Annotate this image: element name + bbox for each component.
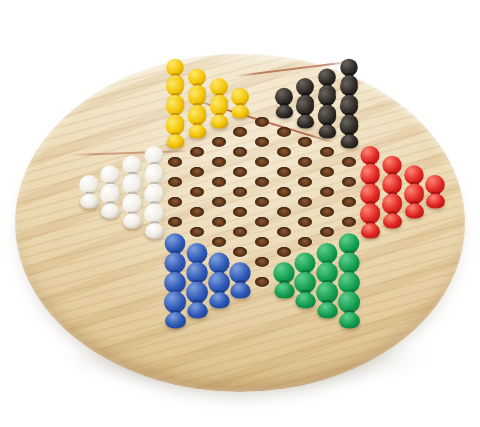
peg-white[interactable] — [101, 185, 121, 219]
board-hole[interactable] — [190, 227, 204, 237]
yellow-peg-base — [232, 105, 249, 119]
board-hole[interactable] — [298, 197, 312, 207]
green-peg-base — [338, 312, 359, 328]
green-peg-base — [317, 302, 338, 318]
black-peg-base — [318, 125, 335, 139]
yellow-peg-base — [188, 125, 205, 139]
board-hole[interactable] — [342, 197, 356, 207]
board-hole[interactable] — [255, 137, 269, 147]
board-hole[interactable] — [255, 197, 269, 207]
board-hole[interactable] — [255, 237, 269, 247]
board-hole[interactable] — [277, 227, 291, 237]
board — [15, 54, 465, 392]
board-hole[interactable] — [298, 217, 312, 227]
peg-yellow[interactable] — [166, 117, 185, 149]
peg-red[interactable] — [404, 185, 424, 219]
red-peg-base — [426, 194, 445, 209]
board-hole[interactable] — [298, 157, 312, 167]
board-hole[interactable] — [342, 157, 356, 167]
white-peg-base — [123, 213, 142, 228]
board-hole[interactable] — [212, 237, 226, 247]
board-hole[interactable] — [255, 117, 269, 127]
peg-green[interactable] — [295, 272, 316, 308]
peg-white[interactable] — [122, 194, 142, 228]
white-peg-base — [144, 223, 163, 238]
board-hole[interactable] — [320, 187, 334, 197]
peg-green[interactable] — [273, 262, 294, 298]
board-hole[interactable] — [233, 147, 247, 157]
green-peg-base — [295, 292, 315, 308]
board-hole[interactable] — [277, 127, 291, 137]
board-hole[interactable] — [212, 137, 226, 147]
black-peg-base — [275, 105, 292, 119]
board-hole[interactable] — [320, 207, 334, 217]
blue-peg-base — [187, 302, 208, 318]
red-peg-base — [382, 213, 401, 228]
peg-blue[interactable] — [164, 291, 186, 328]
board-hole[interactable] — [212, 177, 226, 187]
peg-white[interactable] — [79, 175, 99, 208]
board-star — [15, 54, 465, 392]
board-hole[interactable] — [277, 247, 291, 257]
white-peg-base — [101, 204, 120, 219]
peg-green[interactable] — [338, 291, 360, 328]
yellow-peg-base — [167, 135, 185, 149]
board-hole[interactable] — [212, 217, 226, 227]
peg-blue[interactable] — [230, 262, 251, 298]
board-hole[interactable] — [233, 127, 247, 137]
board-hole[interactable] — [168, 157, 182, 167]
board-hole[interactable] — [298, 137, 312, 147]
scene — [0, 0, 480, 427]
board-hole[interactable] — [190, 207, 204, 217]
board-hole[interactable] — [233, 247, 247, 257]
peg-white[interactable] — [144, 204, 164, 238]
peg-blue[interactable] — [186, 282, 208, 319]
board-hole[interactable] — [168, 177, 182, 187]
blue-peg-base — [230, 283, 250, 299]
blue-peg-base — [208, 292, 228, 308]
board-hole[interactable] — [190, 187, 204, 197]
board-hole[interactable] — [233, 167, 247, 177]
board-hole[interactable] — [233, 227, 247, 237]
board-hole[interactable] — [320, 147, 334, 157]
board-hole[interactable] — [212, 157, 226, 167]
board-hole[interactable] — [168, 197, 182, 207]
peg-black[interactable] — [339, 117, 358, 149]
board-hole[interactable] — [233, 207, 247, 217]
board-hole[interactable] — [255, 277, 269, 287]
board-hole[interactable] — [342, 177, 356, 187]
peg-yellow[interactable] — [188, 107, 206, 138]
board-hole[interactable] — [298, 237, 312, 247]
peg-green[interactable] — [316, 282, 338, 319]
board-hole[interactable] — [190, 167, 204, 177]
board-hole[interactable] — [320, 167, 334, 177]
peg-black[interactable] — [275, 88, 293, 119]
green-peg-base — [274, 283, 294, 299]
peg-red[interactable] — [360, 204, 380, 238]
peg-black[interactable] — [296, 97, 314, 128]
board-hole[interactable] — [320, 227, 334, 237]
board-hole[interactable] — [212, 197, 226, 207]
board-hole[interactable] — [255, 257, 269, 267]
board-hole[interactable] — [298, 177, 312, 187]
board-hole[interactable] — [277, 187, 291, 197]
peg-yellow[interactable] — [210, 97, 228, 128]
board-hole[interactable] — [342, 217, 356, 227]
black-peg-base — [340, 135, 358, 149]
board-hole[interactable] — [168, 217, 182, 227]
peg-blue[interactable] — [208, 272, 229, 308]
yellow-peg-base — [210, 115, 227, 129]
board-hole[interactable] — [233, 187, 247, 197]
peg-yellow[interactable] — [231, 88, 249, 119]
red-peg-base — [361, 223, 380, 238]
peg-black[interactable] — [318, 107, 336, 138]
red-peg-base — [404, 204, 423, 219]
board-hole[interactable] — [190, 147, 204, 157]
board-hole[interactable] — [277, 167, 291, 177]
board-hole[interactable] — [277, 147, 291, 157]
blue-peg-base — [165, 312, 186, 328]
peg-red[interactable] — [382, 194, 402, 228]
peg-red[interactable] — [425, 175, 445, 208]
white-peg-base — [79, 194, 98, 209]
board-hole[interactable] — [277, 207, 291, 217]
board-hole[interactable] — [255, 217, 269, 227]
board-hole[interactable] — [255, 177, 269, 187]
board-hole[interactable] — [255, 157, 269, 167]
black-peg-base — [297, 115, 314, 129]
